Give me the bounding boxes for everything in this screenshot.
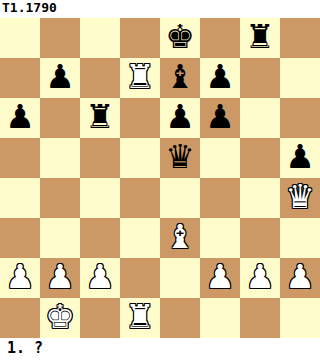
square-h1[interactable]	[280, 298, 320, 338]
square-c3[interactable]	[80, 218, 120, 258]
square-d1[interactable]: ♜	[120, 298, 160, 338]
square-h8[interactable]	[280, 18, 320, 58]
chess-puzzle-app: T1.1790 ♚♜♟♜♝♟♟♜♟♟♛♟♛♝♟♟♟♟♟♟♚♜ 1. ?	[0, 0, 320, 360]
square-a3[interactable]	[0, 218, 40, 258]
black-pawn-b7: ♟	[45, 57, 75, 97]
square-c1[interactable]	[80, 298, 120, 338]
square-b7[interactable]: ♟	[40, 58, 80, 98]
black-pawn-f6: ♟	[205, 97, 235, 137]
square-d7[interactable]: ♜	[120, 58, 160, 98]
square-f6[interactable]: ♟	[200, 98, 240, 138]
black-pawn-e6: ♟	[165, 97, 195, 137]
square-f2[interactable]: ♟	[200, 258, 240, 298]
black-rook-g8: ♜	[245, 17, 275, 57]
white-rook-d1: ♜	[125, 297, 155, 337]
black-pawn-h5: ♟	[285, 137, 315, 177]
square-g6[interactable]	[240, 98, 280, 138]
square-b4[interactable]	[40, 178, 80, 218]
square-a8[interactable]	[0, 18, 40, 58]
square-b6[interactable]	[40, 98, 80, 138]
square-f3[interactable]	[200, 218, 240, 258]
black-king-e8: ♚	[165, 17, 195, 57]
black-pawn-f7: ♟	[205, 57, 235, 97]
square-h7[interactable]	[280, 58, 320, 98]
white-queen-h4: ♛	[285, 177, 315, 217]
puzzle-title: T1.1790	[0, 0, 320, 18]
white-pawn-b2: ♟	[45, 257, 75, 297]
square-a5[interactable]	[0, 138, 40, 178]
square-f7[interactable]: ♟	[200, 58, 240, 98]
square-c5[interactable]	[80, 138, 120, 178]
square-b5[interactable]	[40, 138, 80, 178]
square-e2[interactable]	[160, 258, 200, 298]
square-a6[interactable]: ♟	[0, 98, 40, 138]
square-h6[interactable]	[280, 98, 320, 138]
move-prompt: 1. ?	[0, 338, 320, 360]
square-h5[interactable]: ♟	[280, 138, 320, 178]
square-f1[interactable]	[200, 298, 240, 338]
square-e8[interactable]: ♚	[160, 18, 200, 58]
square-g5[interactable]	[240, 138, 280, 178]
black-rook-c6: ♜	[85, 97, 115, 137]
square-e1[interactable]	[160, 298, 200, 338]
square-f5[interactable]	[200, 138, 240, 178]
black-queen-e5: ♛	[165, 137, 195, 177]
square-d3[interactable]	[120, 218, 160, 258]
square-b8[interactable]	[40, 18, 80, 58]
square-g1[interactable]	[240, 298, 280, 338]
square-g4[interactable]	[240, 178, 280, 218]
square-a4[interactable]	[0, 178, 40, 218]
square-f4[interactable]	[200, 178, 240, 218]
square-d5[interactable]	[120, 138, 160, 178]
square-b3[interactable]	[40, 218, 80, 258]
square-a1[interactable]	[0, 298, 40, 338]
white-bishop-e3: ♝	[165, 217, 195, 257]
square-e6[interactable]: ♟	[160, 98, 200, 138]
square-e3[interactable]: ♝	[160, 218, 200, 258]
square-a7[interactable]	[0, 58, 40, 98]
square-h3[interactable]	[280, 218, 320, 258]
square-d4[interactable]	[120, 178, 160, 218]
square-c2[interactable]: ♟	[80, 258, 120, 298]
square-e7[interactable]: ♝	[160, 58, 200, 98]
square-b2[interactable]: ♟	[40, 258, 80, 298]
black-pawn-a6: ♟	[5, 97, 35, 137]
square-d8[interactable]	[120, 18, 160, 58]
square-g2[interactable]: ♟	[240, 258, 280, 298]
square-c4[interactable]	[80, 178, 120, 218]
square-h4[interactable]: ♛	[280, 178, 320, 218]
square-e4[interactable]	[160, 178, 200, 218]
square-g7[interactable]	[240, 58, 280, 98]
square-g3[interactable]	[240, 218, 280, 258]
square-c6[interactable]: ♜	[80, 98, 120, 138]
square-c8[interactable]	[80, 18, 120, 58]
square-e5[interactable]: ♛	[160, 138, 200, 178]
square-d2[interactable]	[120, 258, 160, 298]
black-bishop-e7: ♝	[165, 57, 195, 97]
white-pawn-c2: ♟	[85, 257, 115, 297]
white-pawn-f2: ♟	[205, 257, 235, 297]
square-f8[interactable]	[200, 18, 240, 58]
square-d6[interactable]	[120, 98, 160, 138]
chess-board: ♚♜♟♜♝♟♟♜♟♟♛♟♛♝♟♟♟♟♟♟♚♜	[0, 18, 320, 338]
white-pawn-a2: ♟	[5, 257, 35, 297]
square-b1[interactable]: ♚	[40, 298, 80, 338]
white-king-b1: ♚	[45, 297, 75, 337]
square-g8[interactable]: ♜	[240, 18, 280, 58]
square-c7[interactable]	[80, 58, 120, 98]
square-h2[interactable]: ♟	[280, 258, 320, 298]
white-pawn-g2: ♟	[245, 257, 275, 297]
white-pawn-h2: ♟	[285, 257, 315, 297]
square-a2[interactable]: ♟	[0, 258, 40, 298]
white-rook-d7: ♜	[125, 57, 155, 97]
